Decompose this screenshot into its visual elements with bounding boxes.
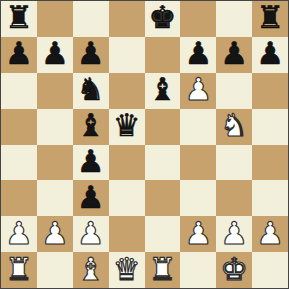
square-d6[interactable]	[109, 73, 145, 109]
piece-black-pawn: ♟	[77, 146, 105, 177]
square-b8[interactable]	[37, 1, 73, 37]
square-g1[interactable]: ♚	[216, 252, 252, 288]
piece-black-pawn: ♟	[41, 38, 69, 69]
square-f1[interactable]	[180, 252, 216, 288]
square-f4[interactable]	[180, 145, 216, 181]
square-e7[interactable]	[145, 37, 181, 73]
square-d7[interactable]	[109, 37, 145, 73]
square-a4[interactable]	[1, 145, 37, 181]
square-g4[interactable]	[216, 145, 252, 181]
piece-black-pawn: ♟	[77, 38, 105, 69]
piece-white-pawn: ♟	[41, 218, 69, 249]
square-b7[interactable]: ♟	[37, 37, 73, 73]
square-e5[interactable]	[145, 109, 181, 145]
piece-black-queen: ♛	[113, 110, 141, 141]
piece-white-pawn: ♟	[5, 218, 33, 249]
chess-board: ♜♚♜♟♟♟♟♟♟♞♝♟♝♛♞♟♟♟♟♟♟♟♟♜♝♛♜♚	[0, 0, 289, 289]
piece-black-pawn: ♟	[5, 38, 33, 69]
square-g5[interactable]: ♞	[216, 109, 252, 145]
square-h3[interactable]	[252, 180, 288, 216]
square-g3[interactable]	[216, 180, 252, 216]
square-c6[interactable]: ♞	[73, 73, 109, 109]
square-a2[interactable]: ♟	[1, 216, 37, 252]
square-e4[interactable]	[145, 145, 181, 181]
piece-black-pawn: ♟	[77, 182, 105, 213]
square-h7[interactable]: ♟	[252, 37, 288, 73]
square-f3[interactable]	[180, 180, 216, 216]
square-b6[interactable]	[37, 73, 73, 109]
square-e1[interactable]: ♜	[145, 252, 181, 288]
piece-black-king: ♚	[149, 2, 177, 33]
piece-white-pawn: ♟	[256, 218, 284, 249]
square-a6[interactable]	[1, 73, 37, 109]
square-f6[interactable]: ♟	[180, 73, 216, 109]
piece-black-pawn: ♟	[220, 38, 248, 69]
square-b2[interactable]: ♟	[37, 216, 73, 252]
square-h5[interactable]	[252, 109, 288, 145]
square-e6[interactable]: ♝	[145, 73, 181, 109]
square-b3[interactable]	[37, 180, 73, 216]
square-f5[interactable]	[180, 109, 216, 145]
square-f7[interactable]: ♟	[180, 37, 216, 73]
piece-black-rook: ♜	[5, 2, 33, 33]
square-a7[interactable]: ♟	[1, 37, 37, 73]
square-c1[interactable]: ♝	[73, 252, 109, 288]
square-d8[interactable]	[109, 1, 145, 37]
piece-white-pawn: ♟	[184, 74, 212, 105]
square-h2[interactable]: ♟	[252, 216, 288, 252]
square-g6[interactable]	[216, 73, 252, 109]
piece-black-bishop: ♝	[77, 110, 105, 141]
square-e8[interactable]: ♚	[145, 1, 181, 37]
square-f8[interactable]	[180, 1, 216, 37]
piece-black-rook: ♜	[256, 2, 284, 33]
square-a8[interactable]: ♜	[1, 1, 37, 37]
square-d5[interactable]: ♛	[109, 109, 145, 145]
square-d3[interactable]	[109, 180, 145, 216]
square-g7[interactable]: ♟	[216, 37, 252, 73]
piece-white-king: ♚	[220, 254, 248, 285]
square-g2[interactable]: ♟	[216, 216, 252, 252]
square-g8[interactable]	[216, 1, 252, 37]
piece-white-knight: ♞	[220, 110, 248, 141]
square-c5[interactable]: ♝	[73, 109, 109, 145]
square-c2[interactable]: ♟	[73, 216, 109, 252]
square-b5[interactable]	[37, 109, 73, 145]
piece-white-bishop: ♝	[77, 254, 105, 285]
square-e3[interactable]	[145, 180, 181, 216]
piece-white-pawn: ♟	[184, 218, 212, 249]
square-d1[interactable]: ♛	[109, 252, 145, 288]
square-e2[interactable]	[145, 216, 181, 252]
square-h6[interactable]	[252, 73, 288, 109]
piece-white-pawn: ♟	[220, 218, 248, 249]
square-h1[interactable]	[252, 252, 288, 288]
piece-white-rook: ♜	[149, 254, 177, 285]
square-d4[interactable]	[109, 145, 145, 181]
piece-white-queen: ♛	[113, 254, 141, 285]
piece-white-rook: ♜	[5, 254, 33, 285]
piece-white-pawn: ♟	[77, 218, 105, 249]
square-a1[interactable]: ♜	[1, 252, 37, 288]
piece-black-pawn: ♟	[256, 38, 284, 69]
square-c3[interactable]: ♟	[73, 180, 109, 216]
square-c8[interactable]	[73, 1, 109, 37]
square-f2[interactable]: ♟	[180, 216, 216, 252]
square-b4[interactable]	[37, 145, 73, 181]
square-h4[interactable]	[252, 145, 288, 181]
square-b1[interactable]	[37, 252, 73, 288]
square-d2[interactable]	[109, 216, 145, 252]
square-a3[interactable]	[1, 180, 37, 216]
square-c7[interactable]: ♟	[73, 37, 109, 73]
square-h8[interactable]: ♜	[252, 1, 288, 37]
square-a5[interactable]	[1, 109, 37, 145]
piece-black-pawn: ♟	[184, 38, 212, 69]
piece-black-knight: ♞	[77, 74, 105, 105]
piece-black-bishop: ♝	[149, 74, 177, 105]
square-c4[interactable]: ♟	[73, 145, 109, 181]
